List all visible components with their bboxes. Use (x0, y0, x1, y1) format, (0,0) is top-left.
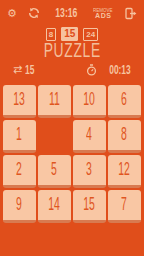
hud: ⇄ 15 00:13 (0, 63, 144, 76)
tile-8[interactable]: 8 (108, 120, 141, 153)
page-title: PUZZLE (0, 41, 144, 59)
tile-7[interactable]: 7 (108, 190, 141, 223)
door-exit-icon-svg (125, 7, 137, 20)
empty-cell (38, 120, 71, 153)
refresh-icon[interactable] (28, 7, 40, 19)
timer: 00:13 (86, 64, 131, 76)
tile-14[interactable]: 14 (38, 190, 71, 223)
tile-9[interactable]: 9 (3, 190, 36, 223)
door-exit-icon[interactable] (125, 7, 137, 20)
tile-6[interactable]: 6 (108, 85, 141, 118)
puzzle-app: { "game": "15-puzzle (4x4 sliding tile p… (0, 0, 144, 256)
tile-11[interactable]: 11 (38, 85, 71, 118)
tile-10[interactable]: 10 (73, 85, 106, 118)
tile-5[interactable]: 5 (38, 155, 71, 188)
tile-13[interactable]: 13 (3, 85, 36, 118)
moves-value: 15 (25, 64, 34, 76)
remove-ads-button[interactable]: REMOVE ADS (92, 8, 114, 18)
tile-1[interactable]: 1 (3, 120, 36, 153)
tile-3[interactable]: 3 (73, 155, 106, 188)
swap-arrows-icon: ⇄ (13, 64, 22, 75)
clock-time: 13:16 (55, 8, 77, 19)
page-title-text: PUZZLE (43, 41, 100, 59)
remove-ads-line1: REMOVE (93, 8, 113, 12)
gear-icon[interactable]: ⚙ (7, 8, 17, 19)
status-bar: ⚙ 13:16 REMOVE ADS (0, 0, 144, 21)
tile-2[interactable]: 2 (3, 155, 36, 188)
tile-4[interactable]: 4 (73, 120, 106, 153)
remove-ads-line2: ADS (92, 14, 114, 18)
refresh-icon-svg (28, 7, 40, 19)
stopwatch-icon (86, 64, 97, 76)
puzzle-grid: 131110614825312914157 (0, 85, 144, 223)
tile-12[interactable]: 12 (108, 155, 141, 188)
moves-counter: ⇄ 15 (13, 64, 39, 76)
timer-value: 00:13 (110, 64, 131, 76)
tile-15[interactable]: 15 (73, 190, 106, 223)
